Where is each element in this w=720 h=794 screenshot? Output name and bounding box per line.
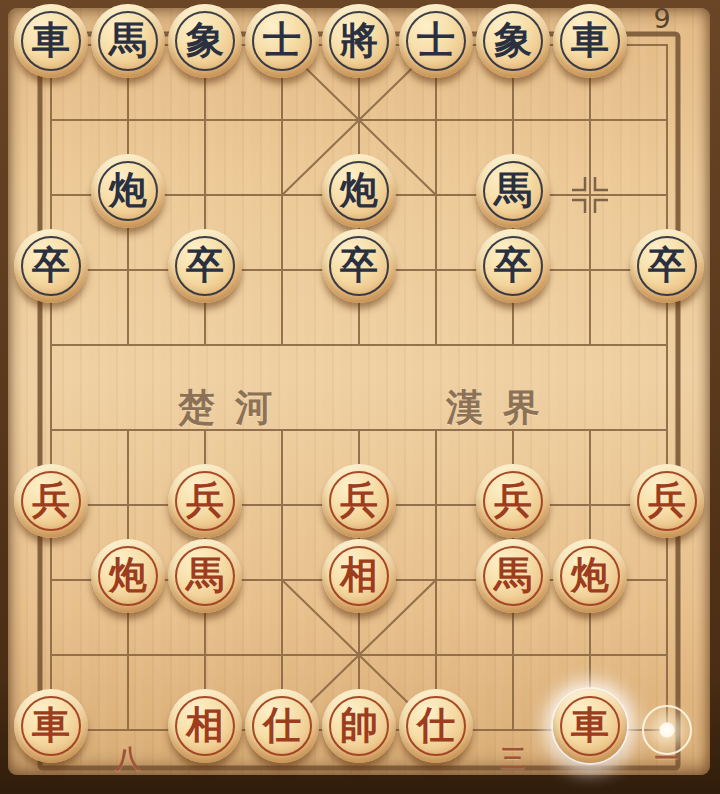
piece-black-chariot[interactable]: 車 [14, 4, 88, 78]
piece-glyph: 車 [32, 706, 70, 744]
piece-red-elephant[interactable]: 相 [168, 689, 242, 763]
piece-glyph: 相 [186, 706, 224, 744]
piece-red-soldier[interactable]: 兵 [168, 464, 242, 538]
piece-glyph: 車 [571, 21, 609, 59]
piece-black-soldier[interactable]: 卒 [630, 229, 704, 303]
piece-red-soldier[interactable]: 兵 [322, 464, 396, 538]
piece-glyph: 士 [417, 21, 455, 59]
piece-glyph: 兵 [648, 481, 686, 519]
move-origin-marker [642, 705, 692, 755]
piece-glyph: 卒 [494, 246, 532, 284]
piece-black-advisor[interactable]: 士 [399, 4, 473, 78]
piece-glyph: 炮 [109, 556, 147, 594]
piece-glyph: 象 [186, 21, 224, 59]
file-label: 三 [501, 742, 526, 775]
piece-glyph: 馬 [186, 556, 224, 594]
piece-glyph: 車 [32, 21, 70, 59]
piece-glyph: 卒 [340, 246, 378, 284]
xiangqi-app: 楚河 漢界 9 八三一 車馬象士將士象車炮炮馬卒卒卒卒卒兵兵兵兵兵炮馬相馬炮車相… [0, 0, 720, 794]
piece-glyph: 卒 [648, 246, 686, 284]
piece-glyph: 兵 [186, 481, 224, 519]
piece-red-cannon[interactable]: 炮 [553, 539, 627, 613]
piece-glyph: 馬 [494, 556, 532, 594]
piece-red-soldier[interactable]: 兵 [630, 464, 704, 538]
piece-glyph: 卒 [186, 246, 224, 284]
piece-glyph: 卒 [32, 246, 70, 284]
piece-glyph: 士 [263, 21, 301, 59]
piece-glyph: 炮 [109, 171, 147, 209]
piece-glyph: 兵 [32, 481, 70, 519]
piece-red-elephant[interactable]: 相 [322, 539, 396, 613]
piece-red-chariot[interactable]: 車 [553, 689, 627, 763]
piece-glyph: 車 [571, 706, 609, 744]
piece-black-cannon[interactable]: 炮 [91, 154, 165, 228]
piece-glyph: 馬 [494, 171, 532, 209]
piece-red-cannon[interactable]: 炮 [91, 539, 165, 613]
piece-black-advisor[interactable]: 士 [245, 4, 319, 78]
piece-red-soldier[interactable]: 兵 [14, 464, 88, 538]
piece-red-advisor[interactable]: 仕 [399, 689, 473, 763]
file-label: 八 [116, 742, 141, 775]
piece-black-chariot[interactable]: 車 [553, 4, 627, 78]
piece-glyph: 相 [340, 556, 378, 594]
piece-black-elephant[interactable]: 象 [168, 4, 242, 78]
piece-glyph: 將 [340, 21, 378, 59]
piece-black-soldier[interactable]: 卒 [168, 229, 242, 303]
piece-glyph: 仕 [417, 706, 455, 744]
piece-red-advisor[interactable]: 仕 [245, 689, 319, 763]
piece-glyph: 象 [494, 21, 532, 59]
board[interactable]: 楚河 漢界 9 八三一 車馬象士將士象車炮炮馬卒卒卒卒卒兵兵兵兵兵炮馬相馬炮車相… [8, 8, 710, 775]
piece-red-general[interactable]: 帥 [322, 689, 396, 763]
file-number-label-9: 9 [653, 3, 670, 34]
piece-black-elephant[interactable]: 象 [476, 4, 550, 78]
piece-black-soldier[interactable]: 卒 [476, 229, 550, 303]
piece-red-horse[interactable]: 馬 [168, 539, 242, 613]
piece-black-cannon[interactable]: 炮 [322, 154, 396, 228]
piece-black-horse[interactable]: 馬 [91, 4, 165, 78]
piece-red-horse[interactable]: 馬 [476, 539, 550, 613]
piece-black-horse[interactable]: 馬 [476, 154, 550, 228]
piece-glyph: 炮 [340, 171, 378, 209]
piece-black-soldier[interactable]: 卒 [14, 229, 88, 303]
piece-glyph: 兵 [340, 481, 378, 519]
piece-red-chariot[interactable]: 車 [14, 689, 88, 763]
piece-glyph: 帥 [340, 706, 378, 744]
piece-glyph: 兵 [494, 481, 532, 519]
piece-black-soldier[interactable]: 卒 [322, 229, 396, 303]
piece-glyph: 仕 [263, 706, 301, 744]
piece-glyph: 馬 [109, 21, 147, 59]
river-label-left: 楚河 [158, 383, 292, 433]
piece-glyph: 炮 [571, 556, 609, 594]
river-label-right: 漢界 [426, 383, 560, 433]
board-grid [8, 8, 720, 794]
piece-red-soldier[interactable]: 兵 [476, 464, 550, 538]
piece-black-general[interactable]: 將 [322, 4, 396, 78]
